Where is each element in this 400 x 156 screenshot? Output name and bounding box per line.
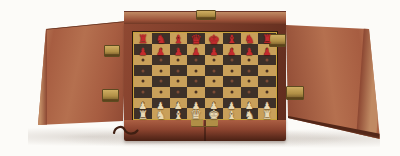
peg-hole xyxy=(212,37,215,40)
square-a8: ♜ xyxy=(134,33,152,44)
peg-hole xyxy=(177,80,180,83)
peg-hole xyxy=(266,91,269,94)
peg-hole xyxy=(230,58,233,61)
square-a7: ♟ xyxy=(134,44,152,55)
peg-hole xyxy=(230,101,233,104)
square-c2: ♟ xyxy=(170,98,188,109)
square-g7: ♟ xyxy=(241,44,259,55)
peg-hole xyxy=(248,112,251,115)
square-a5 xyxy=(134,65,152,76)
square-b2: ♟ xyxy=(152,98,170,109)
peg-hole xyxy=(159,112,162,115)
square-e5 xyxy=(205,65,223,76)
square-f7: ♟ xyxy=(223,44,241,55)
square-d4 xyxy=(187,76,205,87)
peg-hole xyxy=(212,58,215,61)
peg-hole xyxy=(159,48,162,51)
left-lid-rim xyxy=(42,20,128,30)
peg-hole xyxy=(212,48,215,51)
brass-catch-icon xyxy=(191,119,218,127)
peg-hole xyxy=(266,69,269,72)
square-a1: ♜ xyxy=(134,108,152,119)
square-b5 xyxy=(152,65,170,76)
peg-hole xyxy=(159,37,162,40)
square-d1: ♛ xyxy=(187,108,205,119)
peg-hole xyxy=(212,101,215,104)
peg-hole xyxy=(230,91,233,94)
square-g2: ♟ xyxy=(241,98,259,109)
left-lid-hinge-icon xyxy=(102,89,119,102)
peg-hole xyxy=(177,37,180,40)
square-c4 xyxy=(170,76,188,87)
square-h3 xyxy=(258,87,276,98)
peg-hole xyxy=(266,101,269,104)
square-c6 xyxy=(170,55,188,66)
peg-hole xyxy=(141,37,144,40)
chess-board: ♜♞♝♛♚♝♞♜♟♟♟♟♟♟♟♟♟♟♟♟♟♟♟♟♜♞♝♛♚♝♞♜ xyxy=(133,32,277,120)
square-e6 xyxy=(205,55,223,66)
right-lid-hinge-icon xyxy=(286,86,304,100)
peg-hole xyxy=(195,37,198,40)
peg-hole xyxy=(248,37,251,40)
peg-hole xyxy=(195,58,198,61)
square-e8: ♚ xyxy=(205,33,223,44)
square-f8: ♝ xyxy=(223,33,241,44)
peg-hole xyxy=(177,48,180,51)
peg-hole xyxy=(159,101,162,104)
peg-hole xyxy=(266,112,269,115)
peg-hole xyxy=(266,80,269,83)
back-hinge-icon xyxy=(196,10,216,20)
peg-hole xyxy=(195,80,198,83)
square-d5 xyxy=(187,65,205,76)
board-fold-seam xyxy=(132,32,133,120)
left-lid-hinge-icon xyxy=(104,45,120,57)
square-b6 xyxy=(152,55,170,66)
square-h2: ♟ xyxy=(258,98,276,109)
peg-hole xyxy=(159,80,162,83)
peg-hole xyxy=(248,101,251,104)
peg-hole xyxy=(141,69,144,72)
square-e2: ♟ xyxy=(205,98,223,109)
peg-hole xyxy=(177,101,180,104)
left-lid-end-wall xyxy=(37,28,47,126)
peg-hole xyxy=(230,37,233,40)
square-c8: ♝ xyxy=(170,33,188,44)
square-f2: ♟ xyxy=(223,98,241,109)
peg-hole xyxy=(177,91,180,94)
square-f3 xyxy=(223,87,241,98)
peg-hole xyxy=(248,58,251,61)
peg-hole xyxy=(177,58,180,61)
square-d7: ♟ xyxy=(187,44,205,55)
square-d3 xyxy=(187,87,205,98)
square-d2: ♟ xyxy=(187,98,205,109)
square-c7: ♟ xyxy=(170,44,188,55)
peg-hole xyxy=(195,112,198,115)
peg-hole xyxy=(159,58,162,61)
peg-hole xyxy=(195,48,198,51)
peg-hole xyxy=(159,91,162,94)
square-e3 xyxy=(205,87,223,98)
peg-hole xyxy=(141,101,144,104)
peg-hole xyxy=(212,91,215,94)
square-d6 xyxy=(187,55,205,66)
peg-hole xyxy=(248,91,251,94)
peg-hole xyxy=(141,48,144,51)
travel-chess-set-photo: ♜♞♝♛♚♝♞♜♟♟♟♟♟♟♟♟♟♟♟♟♟♟♟♟♜♞♝♛♚♝♞♜ xyxy=(0,0,400,156)
square-c1: ♝ xyxy=(170,108,188,119)
left-lid xyxy=(36,20,128,126)
square-h1: ♜ xyxy=(258,108,276,119)
square-h6 xyxy=(258,55,276,66)
peg-hole xyxy=(212,112,215,115)
square-b1: ♞ xyxy=(152,108,170,119)
peg-hole xyxy=(212,69,215,72)
peg-hole xyxy=(212,80,215,83)
square-g1: ♞ xyxy=(241,108,259,119)
square-f5 xyxy=(223,65,241,76)
peg-hole xyxy=(248,80,251,83)
square-b3 xyxy=(152,87,170,98)
peg-hole xyxy=(141,91,144,94)
peg-hole xyxy=(141,80,144,83)
peg-hole xyxy=(230,80,233,83)
right-lid-hinge-icon xyxy=(269,34,286,47)
peg-hole xyxy=(266,58,269,61)
square-b8: ♞ xyxy=(152,33,170,44)
peg-hole xyxy=(230,112,233,115)
square-e4 xyxy=(205,76,223,87)
square-a3 xyxy=(134,87,152,98)
square-f4 xyxy=(223,76,241,87)
peg-hole xyxy=(177,69,180,72)
peg-hole xyxy=(248,48,251,51)
square-g5 xyxy=(241,65,259,76)
square-a2: ♟ xyxy=(134,98,152,109)
peg-hole xyxy=(230,69,233,72)
peg-hole xyxy=(177,112,180,115)
square-h5 xyxy=(258,65,276,76)
peg-hole xyxy=(141,58,144,61)
square-g4 xyxy=(241,76,259,87)
square-f6 xyxy=(223,55,241,66)
peg-hole xyxy=(195,101,198,104)
square-h4 xyxy=(258,76,276,87)
square-f1: ♝ xyxy=(223,108,241,119)
square-e7: ♟ xyxy=(205,44,223,55)
peg-hole xyxy=(248,69,251,72)
peg-hole xyxy=(266,48,269,51)
peg-hole xyxy=(141,112,144,115)
right-lid-end-wall xyxy=(356,24,382,141)
square-c3 xyxy=(170,87,188,98)
square-e1: ♚ xyxy=(205,108,223,119)
peg-hole xyxy=(195,69,198,72)
square-g3 xyxy=(241,87,259,98)
square-d8: ♛ xyxy=(187,33,205,44)
clasp-hook-icon xyxy=(111,122,141,138)
square-g6 xyxy=(241,55,259,66)
peg-hole xyxy=(195,91,198,94)
square-g8: ♞ xyxy=(241,33,259,44)
square-a6 xyxy=(134,55,152,66)
square-b7: ♟ xyxy=(152,44,170,55)
square-a4 xyxy=(134,76,152,87)
peg-hole xyxy=(230,48,233,51)
peg-hole xyxy=(159,69,162,72)
square-c5 xyxy=(170,65,188,76)
square-b4 xyxy=(152,76,170,87)
